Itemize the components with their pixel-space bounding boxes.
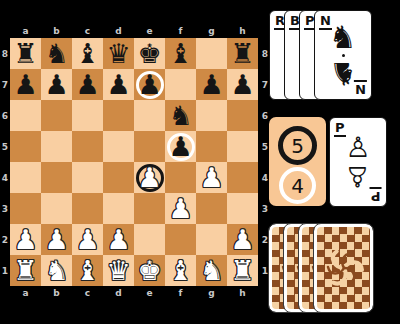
white-pawn-icon[interactable]: ♟ xyxy=(75,226,99,253)
black-bishop-icon[interactable]: ♝ xyxy=(75,40,99,67)
square-c6[interactable] xyxy=(72,100,103,131)
square-e8[interactable]: ♚ xyxy=(134,38,165,69)
file-labels-bottom: abcdefgh xyxy=(10,287,258,299)
square-f6[interactable]: ♞ xyxy=(165,100,196,131)
square-h8[interactable]: ♜ xyxy=(227,38,258,69)
pawn-card[interactable]: P ♙ ♙ P xyxy=(329,117,387,207)
square-b3[interactable] xyxy=(41,193,72,224)
square-d3[interactable] xyxy=(103,193,134,224)
square-c8[interactable]: ♝ xyxy=(72,38,103,69)
square-d1[interactable]: ♛ xyxy=(103,255,134,286)
square-g2[interactable] xyxy=(196,224,227,255)
square-c7[interactable]: ♟ xyxy=(72,69,103,100)
square-a7[interactable]: ♟ xyxy=(10,69,41,100)
square-a8[interactable]: ♜ xyxy=(10,38,41,69)
file-label: a xyxy=(10,25,41,37)
file-label: a xyxy=(10,287,41,299)
square-f1[interactable]: ♝ xyxy=(165,255,196,286)
rank-label: 8 xyxy=(0,38,10,69)
black-king-icon[interactable]: ♚ xyxy=(137,40,161,67)
square-a1[interactable]: ♜ xyxy=(10,255,41,286)
file-label: e xyxy=(134,25,165,37)
square-g6[interactable] xyxy=(196,100,227,131)
rank-label: 7 xyxy=(0,69,10,100)
rank-label: 6 xyxy=(0,100,10,131)
square-c2[interactable]: ♟ xyxy=(72,224,103,255)
chess-board: ♜♞♝♛♚♝♜♟♟♟♟♟♟♟♞♟♟♟♟♟♟♟♟♟♜♞♝♛♚♝♞♜ xyxy=(10,38,258,286)
swirl-icon xyxy=(321,245,367,291)
square-a3[interactable] xyxy=(10,193,41,224)
file-label: c xyxy=(72,287,103,299)
draw-pile xyxy=(269,224,373,312)
file-label: e xyxy=(134,287,165,299)
square-f8[interactable]: ♝ xyxy=(165,38,196,69)
file-label: b xyxy=(41,25,72,37)
white-pawn-icon[interactable]: ♟ xyxy=(106,226,130,253)
square-c5[interactable] xyxy=(72,131,103,162)
white-queen-icon[interactable]: ♛ xyxy=(106,257,130,284)
square-f5[interactable]: ♟ xyxy=(165,131,196,162)
stack-card-knight[interactable]: N♞♞N xyxy=(314,10,372,100)
square-h5[interactable] xyxy=(227,131,258,162)
square-e6[interactable] xyxy=(134,100,165,131)
square-e4[interactable]: ♟ xyxy=(134,162,165,193)
square-a5[interactable] xyxy=(10,131,41,162)
square-f4[interactable] xyxy=(165,162,196,193)
rank-label: 1 xyxy=(0,255,10,286)
black-pawn-icon[interactable]: ♟ xyxy=(75,71,99,98)
square-e2[interactable] xyxy=(134,224,165,255)
white-bishop-icon[interactable]: ♝ xyxy=(168,257,192,284)
white-pawn-icon[interactable]: ♟ xyxy=(199,164,223,191)
white-pawn-icon[interactable]: ♟ xyxy=(44,226,68,253)
square-b8[interactable]: ♞ xyxy=(41,38,72,69)
white-knight-icon[interactable]: ♞ xyxy=(44,257,68,284)
white-pawn-icon[interactable]: ♟ xyxy=(168,195,192,222)
white-counter-circle: 4 xyxy=(279,167,316,204)
rank-label: 3 xyxy=(0,193,10,224)
square-c1[interactable]: ♝ xyxy=(72,255,103,286)
file-labels-top: abcdefgh xyxy=(10,25,258,37)
counter-card[interactable]: 5 4 xyxy=(269,117,326,206)
white-counter-value: 4 xyxy=(291,174,304,198)
square-a2[interactable]: ♟ xyxy=(10,224,41,255)
black-knight-icon-rotated: ♞ xyxy=(329,58,357,89)
square-d5[interactable] xyxy=(103,131,134,162)
white-knight-icon[interactable]: ♞ xyxy=(199,257,223,284)
black-pawn-icon[interactable]: ♟ xyxy=(168,133,192,160)
rank-label: 2 xyxy=(0,224,10,255)
black-pawn-icon[interactable]: ♟ xyxy=(199,71,223,98)
rank-label: 5 xyxy=(0,131,10,162)
card-stack: RBPN♞♞N xyxy=(269,10,373,100)
file-label: d xyxy=(103,25,134,37)
square-d6[interactable] xyxy=(103,100,134,131)
black-rook-icon[interactable]: ♜ xyxy=(230,40,254,67)
black-rook-icon[interactable]: ♜ xyxy=(13,40,37,67)
black-knight-icon[interactable]: ♞ xyxy=(44,40,68,67)
square-a6[interactable] xyxy=(10,100,41,131)
square-g7[interactable]: ♟ xyxy=(196,69,227,100)
white-bishop-icon[interactable]: ♝ xyxy=(75,257,99,284)
black-counter-value: 5 xyxy=(291,134,304,158)
file-label: b xyxy=(41,287,72,299)
black-knight-icon[interactable]: ♞ xyxy=(168,102,192,129)
square-e1[interactable]: ♚ xyxy=(134,255,165,286)
card-rank-letter-rotated: N xyxy=(354,80,367,96)
square-d4[interactable] xyxy=(103,162,134,193)
white-king-icon[interactable]: ♚ xyxy=(137,257,161,284)
card-rank-letter-rotated: P xyxy=(370,187,382,203)
black-pawn-icon[interactable]: ♟ xyxy=(13,71,37,98)
black-pawn-icon[interactable]: ♟ xyxy=(106,71,130,98)
square-h2[interactable]: ♟ xyxy=(227,224,258,255)
black-bishop-icon[interactable]: ♝ xyxy=(168,40,192,67)
white-rook-icon[interactable]: ♜ xyxy=(230,257,254,284)
file-label: f xyxy=(165,287,196,299)
square-d2[interactable]: ♟ xyxy=(103,224,134,255)
file-label: h xyxy=(227,25,258,37)
square-b5[interactable] xyxy=(41,131,72,162)
square-g8[interactable] xyxy=(196,38,227,69)
square-h1[interactable]: ♜ xyxy=(227,255,258,286)
black-knight-icon: ♞ xyxy=(329,22,357,53)
file-label: g xyxy=(196,25,227,37)
white-pawn-icon[interactable]: ♟ xyxy=(13,226,37,253)
square-h7[interactable]: ♟ xyxy=(227,69,258,100)
white-pawn-icon[interactable]: ♟ xyxy=(230,226,254,253)
black-pawn-icon[interactable]: ♟ xyxy=(230,71,254,98)
white-pawn-icon-rotated: ♙ xyxy=(345,162,370,190)
square-g5[interactable] xyxy=(196,131,227,162)
file-label: c xyxy=(72,25,103,37)
black-counter-circle: 5 xyxy=(278,126,317,165)
white-pawn-icon: ♙ xyxy=(345,134,370,162)
square-d7[interactable]: ♟ xyxy=(103,69,134,100)
square-h6[interactable] xyxy=(227,100,258,131)
game-table: abcdefgh abcdefgh 87654321 87654321 ♜♞♝♛… xyxy=(0,0,400,324)
black-pawn-icon[interactable]: ♟ xyxy=(137,71,161,98)
rank-labels-left: 87654321 xyxy=(0,38,10,286)
square-b4[interactable] xyxy=(41,162,72,193)
rank-label: 4 xyxy=(0,162,10,193)
white-rook-icon[interactable]: ♜ xyxy=(13,257,37,284)
square-e3[interactable] xyxy=(134,193,165,224)
square-h4[interactable] xyxy=(227,162,258,193)
square-e7[interactable]: ♟ xyxy=(134,69,165,100)
file-label: f xyxy=(165,25,196,37)
black-pawn-icon[interactable]: ♟ xyxy=(44,71,68,98)
file-label: g xyxy=(196,287,227,299)
facedown-card[interactable] xyxy=(314,224,373,312)
square-g3[interactable] xyxy=(196,193,227,224)
square-b6[interactable] xyxy=(41,100,72,131)
square-g4[interactable]: ♟ xyxy=(196,162,227,193)
square-b1[interactable]: ♞ xyxy=(41,255,72,286)
square-e5[interactable] xyxy=(134,131,165,162)
white-pawn-icon[interactable]: ♟ xyxy=(137,164,161,191)
square-c3[interactable] xyxy=(72,193,103,224)
square-d8[interactable]: ♛ xyxy=(103,38,134,69)
black-queen-icon[interactable]: ♛ xyxy=(106,40,130,67)
square-f2[interactable] xyxy=(165,224,196,255)
file-label: d xyxy=(103,287,134,299)
square-b7[interactable]: ♟ xyxy=(41,69,72,100)
square-c4[interactable] xyxy=(72,162,103,193)
square-g1[interactable]: ♞ xyxy=(196,255,227,286)
square-a4[interactable] xyxy=(10,162,41,193)
square-b2[interactable]: ♟ xyxy=(41,224,72,255)
square-f3[interactable]: ♟ xyxy=(165,193,196,224)
square-f7[interactable] xyxy=(165,69,196,100)
square-h3[interactable] xyxy=(227,193,258,224)
file-label: h xyxy=(227,287,258,299)
